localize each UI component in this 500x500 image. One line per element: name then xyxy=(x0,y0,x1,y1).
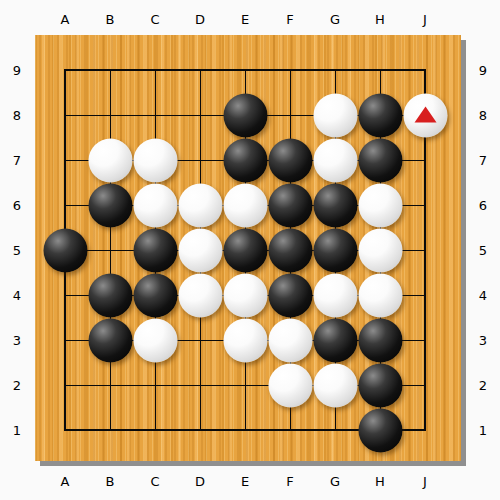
black-stone-F7 xyxy=(268,138,312,182)
coord-label-bottom-H: H xyxy=(375,475,385,488)
black-stone-H8 xyxy=(358,93,402,137)
coord-label-bottom-B: B xyxy=(106,475,115,488)
intersection-D5[interactable] xyxy=(178,228,223,273)
white-stone-F3 xyxy=(268,318,312,362)
intersection-D8[interactable] xyxy=(178,93,223,138)
white-stone-D4 xyxy=(178,273,222,317)
intersection-D7[interactable] xyxy=(178,138,223,183)
black-stone-F4 xyxy=(268,273,312,317)
intersection-G2[interactable] xyxy=(313,363,358,408)
black-stone-B4 xyxy=(88,273,132,317)
intersection-C8[interactable] xyxy=(133,93,178,138)
coord-label-bottom-J: J xyxy=(423,475,427,488)
intersection-H3[interactable] xyxy=(358,318,403,363)
intersection-G9[interactable] xyxy=(313,48,358,93)
intersection-J4[interactable] xyxy=(403,273,448,318)
intersection-E3[interactable] xyxy=(223,318,268,363)
intersection-F3[interactable] xyxy=(268,318,313,363)
intersection-A3[interactable] xyxy=(43,318,88,363)
coord-label-top-B: B xyxy=(106,13,115,26)
black-stone-B6 xyxy=(88,183,132,227)
black-stone-G5 xyxy=(313,228,357,272)
coord-label-left-1: 1 xyxy=(13,424,21,437)
intersection-C6[interactable] xyxy=(133,183,178,228)
black-stone-G3 xyxy=(313,318,357,362)
coord-label-right-4: 4 xyxy=(479,289,487,302)
intersection-F5[interactable] xyxy=(268,228,313,273)
black-stone-H1 xyxy=(358,408,402,452)
intersection-J8[interactable] xyxy=(403,93,448,138)
intersection-H7[interactable] xyxy=(358,138,403,183)
coord-label-right-3: 3 xyxy=(479,334,487,347)
coord-label-left-3: 3 xyxy=(13,334,21,347)
intersection-J7[interactable] xyxy=(403,138,448,183)
black-stone-F6 xyxy=(268,183,312,227)
intersection-C3[interactable] xyxy=(133,318,178,363)
intersection-B3[interactable] xyxy=(88,318,133,363)
intersection-C2[interactable] xyxy=(133,363,178,408)
intersection-C4[interactable] xyxy=(133,273,178,318)
intersection-A5[interactable] xyxy=(43,228,88,273)
intersection-F8[interactable] xyxy=(268,93,313,138)
black-stone-G6 xyxy=(313,183,357,227)
coord-label-right-2: 2 xyxy=(479,379,487,392)
intersection-E6[interactable] xyxy=(223,183,268,228)
intersection-D4[interactable] xyxy=(178,273,223,318)
coord-label-left-7: 7 xyxy=(13,154,21,167)
intersection-C7[interactable] xyxy=(133,138,178,183)
coord-label-top-D: D xyxy=(195,13,205,26)
go-game-screen: ABCDEFGHJ ABCDEFGHJ 987654321 987654321 xyxy=(0,0,500,500)
intersection-D6[interactable] xyxy=(178,183,223,228)
coord-label-bottom-A: A xyxy=(61,475,70,488)
intersection-H9[interactable] xyxy=(358,48,403,93)
coord-label-left-6: 6 xyxy=(13,199,21,212)
intersection-F9[interactable] xyxy=(268,48,313,93)
coord-label-bottom-G: G xyxy=(330,475,340,488)
coord-label-bottom-D: D xyxy=(195,475,205,488)
intersection-E9[interactable] xyxy=(223,48,268,93)
white-stone-F2 xyxy=(268,363,312,407)
coord-label-top-G: G xyxy=(330,13,340,26)
intersection-G5[interactable] xyxy=(313,228,358,273)
coord-label-bottom-C: C xyxy=(150,475,159,488)
coord-label-top-H: H xyxy=(375,13,385,26)
black-stone-E5 xyxy=(223,228,267,272)
intersection-B1[interactable] xyxy=(88,408,133,453)
coord-label-right-7: 7 xyxy=(479,154,487,167)
coord-label-top-C: C xyxy=(150,13,159,26)
intersection-E1[interactable] xyxy=(223,408,268,453)
white-stone-J8 xyxy=(403,93,447,137)
intersection-B9[interactable] xyxy=(88,48,133,93)
coord-label-bottom-F: F xyxy=(286,475,293,488)
intersection-E5[interactable] xyxy=(223,228,268,273)
intersection-H8[interactable] xyxy=(358,93,403,138)
intersection-D9[interactable] xyxy=(178,48,223,93)
intersection-C1[interactable] xyxy=(133,408,178,453)
intersection-B2[interactable] xyxy=(88,363,133,408)
intersection-E2[interactable] xyxy=(223,363,268,408)
intersection-F1[interactable] xyxy=(268,408,313,453)
white-stone-G2 xyxy=(313,363,357,407)
intersection-F7[interactable] xyxy=(268,138,313,183)
intersection-B7[interactable] xyxy=(88,138,133,183)
intersection-J6[interactable] xyxy=(403,183,448,228)
intersection-F2[interactable] xyxy=(268,363,313,408)
last-move-triangle-icon xyxy=(414,106,436,122)
white-stone-E6 xyxy=(223,183,267,227)
intersection-H6[interactable] xyxy=(358,183,403,228)
intersection-A6[interactable] xyxy=(43,183,88,228)
white-stone-C3 xyxy=(133,318,177,362)
intersection-H4[interactable] xyxy=(358,273,403,318)
intersection-J1[interactable] xyxy=(403,408,448,453)
coord-label-left-2: 2 xyxy=(13,379,21,392)
coord-label-left-5: 5 xyxy=(13,244,21,257)
coord-label-top-E: E xyxy=(241,13,249,26)
black-stone-C5 xyxy=(133,228,177,272)
intersection-C5[interactable] xyxy=(133,228,178,273)
go-board xyxy=(35,35,461,461)
coord-label-left-4: 4 xyxy=(13,289,21,302)
coord-label-right-1: 1 xyxy=(479,424,487,437)
intersection-B5[interactable] xyxy=(88,228,133,273)
coord-label-right-5: 5 xyxy=(479,244,487,257)
intersection-H1[interactable] xyxy=(358,408,403,453)
intersection-A1[interactable] xyxy=(43,408,88,453)
coord-label-top-F: F xyxy=(286,13,293,26)
intersection-B8[interactable] xyxy=(88,93,133,138)
intersection-J2[interactable] xyxy=(403,363,448,408)
intersection-A2[interactable] xyxy=(43,363,88,408)
white-stone-D6 xyxy=(178,183,222,227)
intersection-J3[interactable] xyxy=(403,318,448,363)
coord-label-top-J: J xyxy=(423,13,427,26)
intersection-G1[interactable] xyxy=(313,408,358,453)
white-stone-G7 xyxy=(313,138,357,182)
intersection-E8[interactable] xyxy=(223,93,268,138)
coord-label-right-9: 9 xyxy=(479,64,487,77)
intersection-H5[interactable] xyxy=(358,228,403,273)
black-stone-F5 xyxy=(268,228,312,272)
intersection-C9[interactable] xyxy=(133,48,178,93)
black-stone-B3 xyxy=(88,318,132,362)
intersection-B4[interactable] xyxy=(88,273,133,318)
intersection-D2[interactable] xyxy=(178,363,223,408)
white-stone-E4 xyxy=(223,273,267,317)
black-stone-A5 xyxy=(43,228,87,272)
black-stone-H2 xyxy=(358,363,402,407)
black-stone-H3 xyxy=(358,318,402,362)
coord-label-right-6: 6 xyxy=(479,199,487,212)
coord-label-top-A: A xyxy=(61,13,70,26)
white-stone-D5 xyxy=(178,228,222,272)
black-stone-H7 xyxy=(358,138,402,182)
intersection-J9[interactable] xyxy=(403,48,448,93)
intersection-A9[interactable] xyxy=(43,48,88,93)
intersection-H2[interactable] xyxy=(358,363,403,408)
black-stone-E7 xyxy=(223,138,267,182)
intersection-D1[interactable] xyxy=(178,408,223,453)
intersection-G6[interactable] xyxy=(313,183,358,228)
intersection-B6[interactable] xyxy=(88,183,133,228)
intersection-G3[interactable] xyxy=(313,318,358,363)
white-stone-B7 xyxy=(88,138,132,182)
coord-label-left-8: 8 xyxy=(13,109,21,122)
white-stone-C7 xyxy=(133,138,177,182)
intersection-A4[interactable] xyxy=(43,273,88,318)
black-stone-E8 xyxy=(223,93,267,137)
coord-label-left-9: 9 xyxy=(13,64,21,77)
intersection-E4[interactable] xyxy=(223,273,268,318)
intersection-D3[interactable] xyxy=(178,318,223,363)
intersection-G4[interactable] xyxy=(313,273,358,318)
intersection-F6[interactable] xyxy=(268,183,313,228)
white-stone-H6 xyxy=(358,183,402,227)
white-stone-E3 xyxy=(223,318,267,362)
black-stone-C4 xyxy=(133,273,177,317)
intersection-G8[interactable] xyxy=(313,93,358,138)
intersection-A7[interactable] xyxy=(43,138,88,183)
white-stone-H5 xyxy=(358,228,402,272)
intersection-E7[interactable] xyxy=(223,138,268,183)
white-stone-C6 xyxy=(133,183,177,227)
intersection-J5[interactable] xyxy=(403,228,448,273)
white-stone-G8 xyxy=(313,93,357,137)
intersection-G7[interactable] xyxy=(313,138,358,183)
intersection-F4[interactable] xyxy=(268,273,313,318)
white-stone-H4 xyxy=(358,273,402,317)
white-stone-G4 xyxy=(313,273,357,317)
coord-label-right-8: 8 xyxy=(479,109,487,122)
intersection-A8[interactable] xyxy=(43,93,88,138)
coord-label-bottom-E: E xyxy=(241,475,249,488)
